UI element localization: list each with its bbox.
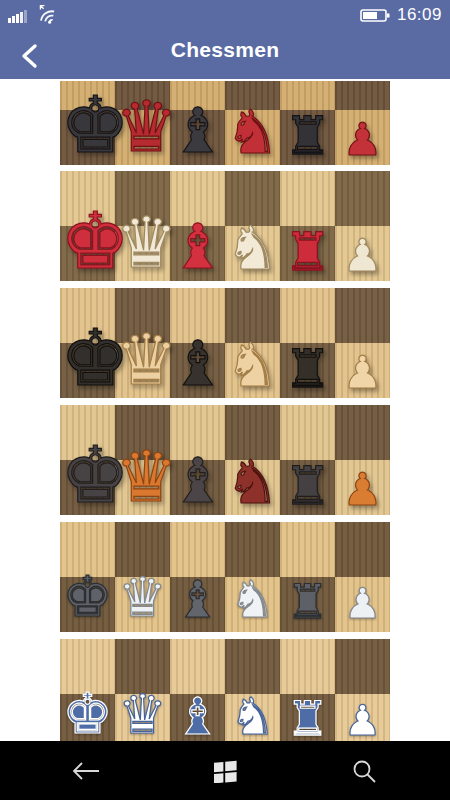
chess-piece-bishop: ♝	[170, 333, 225, 395]
chess-piece-pawn: ♟	[335, 233, 390, 278]
board-square	[280, 639, 335, 694]
chess-piece-rook: ♜	[280, 459, 335, 512]
board-strip: ♚♛♝♞♜♟	[60, 522, 390, 632]
chess-piece-king: ♚	[60, 202, 115, 280]
top-bar: 16:09 Chessmen	[0, 0, 450, 79]
board-square	[170, 522, 225, 577]
chessmen-list: ♚♛♝♞♜♟♚♛♝♞♜♟♚♛♝♞♜♟♚♛♝♞♜♟♚♛♝♞♜♟♚♛♝♞♜♟	[60, 81, 390, 756]
board-square	[335, 81, 390, 110]
board-square	[170, 639, 225, 694]
chess-piece-bishop: ♝	[170, 574, 225, 625]
chess-piece-king: ♚	[60, 686, 115, 742]
piece-set-option-4[interactable]: ♚♛♝♞♜♟	[60, 405, 390, 515]
chess-piece-queen: ♛	[115, 571, 170, 625]
piece-set-option-6[interactable]: ♚♛♝♞♜♟	[60, 639, 390, 749]
chess-piece-knight: ♞	[225, 218, 280, 278]
windows-logo-icon	[212, 759, 238, 783]
chess-piece-rook: ♜	[280, 109, 335, 162]
board-square	[335, 639, 390, 694]
chess-piece-bishop: ♝	[170, 691, 225, 742]
chess-piece-bishop: ♝	[170, 216, 225, 278]
chess-piece-queen: ♛	[115, 688, 170, 742]
board-square	[335, 405, 390, 460]
board-square	[225, 639, 280, 694]
back-arrow-icon	[71, 761, 101, 781]
chess-piece-pawn: ♟	[335, 350, 390, 395]
chess-piece-rook: ♜	[280, 578, 335, 625]
clock: 16:09	[397, 5, 442, 25]
chess-piece-king: ♚	[60, 436, 115, 514]
piece-set-option-2[interactable]: ♚♛♝♞♜♟	[60, 171, 390, 281]
chess-piece-king: ♚	[60, 86, 115, 164]
chess-piece-pawn: ♟	[335, 700, 390, 742]
board-square	[335, 288, 390, 343]
phone-screen: 16:09 Chessmen ♚♛♝♞♜♟♚♛♝♞♜♟♚♛♝♞♜♟♚♛♝♞♜♟♚…	[0, 0, 450, 800]
piece-set-option-1[interactable]: ♚♛♝♞♜♟	[60, 81, 390, 165]
chess-piece-rook: ♜	[280, 225, 335, 278]
nav-start-button[interactable]	[195, 741, 255, 800]
nav-back-button[interactable]	[56, 741, 116, 800]
search-icon	[351, 758, 377, 784]
chess-piece-knight: ♞	[225, 574, 280, 625]
board-strip: ♚♛♝♞♜♟	[60, 288, 390, 398]
chess-piece-knight: ♞	[225, 452, 280, 512]
nav-search-button[interactable]	[334, 741, 394, 800]
board-square	[280, 288, 335, 343]
board-strip: ♚♛♝♞♜♟	[60, 405, 390, 515]
chess-piece-pawn: ♟	[335, 467, 390, 512]
navigation-bar	[0, 741, 450, 800]
board-square	[280, 522, 335, 577]
piece-set-option-3[interactable]: ♚♛♝♞♜♟	[60, 288, 390, 398]
board-strip: ♚♛♝♞♜♟	[60, 171, 390, 281]
chess-piece-pawn: ♟	[335, 583, 390, 625]
board-square	[280, 171, 335, 226]
chess-piece-knight: ♞	[225, 691, 280, 742]
board-square	[335, 522, 390, 577]
status-bar: 16:09	[0, 0, 450, 30]
status-left-icons	[8, 5, 63, 25]
chess-piece-pawn: ♟	[335, 117, 390, 162]
status-right-icons: 16:09	[360, 5, 442, 25]
app-header: Chessmen	[0, 30, 450, 79]
board-square	[280, 405, 335, 460]
chess-piece-king: ♚	[60, 319, 115, 397]
chess-piece-rook: ♜	[280, 342, 335, 395]
chess-piece-bishop: ♝	[170, 100, 225, 162]
chess-piece-bishop: ♝	[170, 450, 225, 512]
chess-piece-knight: ♞	[225, 102, 280, 162]
cellular-signal-icon	[8, 7, 30, 23]
wifi-icon	[37, 5, 63, 25]
chess-piece-queen: ♛	[115, 92, 170, 162]
board-square	[335, 171, 390, 226]
chess-piece-rook: ♜	[280, 695, 335, 742]
board-square	[225, 522, 280, 577]
chess-piece-queen: ♛	[115, 208, 170, 278]
board-strip: ♚♛♝♞♜♟	[60, 639, 390, 749]
chess-piece-queen: ♛	[115, 442, 170, 512]
chess-piece-king: ♚	[60, 569, 115, 625]
battery-icon	[360, 8, 390, 23]
chess-piece-knight: ♞	[225, 335, 280, 395]
board-strip: ♚♛♝♞♜♟	[60, 81, 390, 165]
piece-set-option-5[interactable]: ♚♛♝♞♜♟	[60, 522, 390, 632]
chess-piece-queen: ♛	[115, 325, 170, 395]
page-title: Chessmen	[0, 38, 450, 62]
